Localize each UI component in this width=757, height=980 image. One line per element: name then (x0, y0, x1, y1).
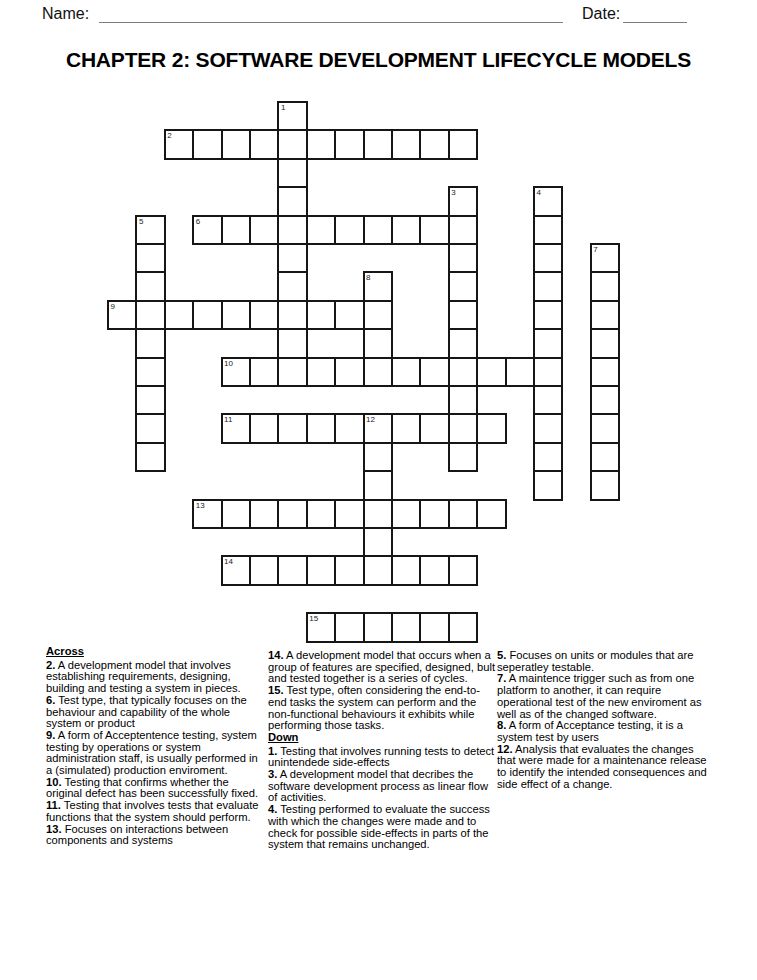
grid-cell-r4c11[interactable] (419, 215, 449, 245)
grid-cell-r1c10[interactable] (391, 129, 421, 159)
grid-cell-r6c6[interactable] (277, 271, 307, 301)
grid-cell-r11c13[interactable] (476, 413, 506, 443)
grid-cell-r8c15[interactable] (533, 328, 563, 358)
grid-cell-r10c1[interactable] (135, 385, 165, 415)
grid-cell-r4c6[interactable] (277, 215, 307, 245)
grid-cell-r11c7[interactable] (306, 413, 336, 443)
date-fill-line[interactable] (623, 21, 687, 23)
name-label: Name: (42, 5, 89, 23)
grid-cell-r5c1[interactable] (135, 243, 165, 273)
clue-number-14: 14 (224, 557, 233, 566)
grid-cell-r14c13[interactable] (476, 499, 506, 529)
down-clue-3: 3. A development model that decribes the… (268, 769, 496, 804)
grid-cell-r9c4[interactable]: 10 (221, 357, 251, 387)
grid-cell-r9c7[interactable] (306, 357, 336, 387)
grid-cell-r12c15[interactable] (533, 442, 563, 472)
grid-cell-r8c12[interactable] (448, 328, 478, 358)
grid-cell-r6c9[interactable]: 8 (363, 271, 393, 301)
grid-cell-r1c2[interactable]: 2 (164, 129, 194, 159)
grid-cell-r18c7[interactable]: 15 (306, 612, 336, 642)
grid-cell-r5c17[interactable]: 7 (590, 243, 620, 273)
grid-cell-r18c8[interactable] (334, 612, 364, 642)
grid-cell-r12c9[interactable] (363, 442, 393, 472)
clue-number-2: 2 (167, 131, 171, 140)
grid-cell-r4c15[interactable] (533, 215, 563, 245)
grid-cell-r11c5[interactable] (249, 413, 279, 443)
clue-number-15: 15 (309, 614, 318, 623)
down-clue-8: 8. A form of Acceptance testing, it is a… (497, 720, 709, 743)
grid-cell-r6c17[interactable] (590, 271, 620, 301)
grid-cell-r7c15[interactable] (533, 300, 563, 330)
grid-cell-r1c12[interactable] (448, 129, 478, 159)
grid-cell-r7c3[interactable] (192, 300, 222, 330)
grid-cell-r18c11[interactable] (419, 612, 449, 642)
grid-cell-r16c11[interactable] (419, 555, 449, 585)
grid-cell-r13c15[interactable] (533, 470, 563, 500)
clue-number-12: 12 (366, 415, 375, 424)
clue-number-11: 11 (224, 415, 232, 424)
across-clue-6: 6. Test type, that typically focuses on … (46, 695, 259, 730)
clue-column-3: 5. Focuses on units or modules that are … (497, 650, 709, 790)
grid-cell-r16c6[interactable] (277, 555, 307, 585)
date-label: Date: (582, 5, 620, 23)
grid-cell-r11c9[interactable]: 12 (363, 413, 393, 443)
grid-cell-r7c2[interactable] (164, 300, 194, 330)
grid-cell-r7c7[interactable] (306, 300, 336, 330)
grid-cell-r3c15[interactable]: 4 (533, 186, 563, 216)
clue-number-9: 9 (111, 302, 115, 311)
clue-column-1: Across2. A development model that involv… (46, 646, 259, 847)
grid-cell-r2c6[interactable] (277, 158, 307, 188)
grid-cell-r1c6[interactable] (277, 129, 307, 159)
grid-cell-r9c6[interactable] (277, 357, 307, 387)
grid-cell-r11c11[interactable] (419, 413, 449, 443)
across-clue-14: 14. A development model that occurs when… (268, 650, 496, 685)
across-clue-9: 9. A form of Acceptentence testing, syst… (46, 730, 259, 777)
across-header: Across (46, 646, 259, 658)
grid-cell-r3c12[interactable]: 3 (448, 186, 478, 216)
grid-cell-r16c5[interactable] (249, 555, 279, 585)
page-title: CHAPTER 2: SOFTWARE DEVELOPMENT LIFECYCL… (0, 48, 757, 72)
grid-cell-r7c17[interactable] (590, 300, 620, 330)
grid-cell-r8c1[interactable] (135, 328, 165, 358)
grid-cell-r14c4[interactable] (221, 499, 251, 529)
grid-cell-r8c17[interactable] (590, 328, 620, 358)
grid-cell-r16c12[interactable] (448, 555, 478, 585)
clue-number-13: 13 (196, 501, 205, 510)
grid-cell-r18c9[interactable] (363, 612, 393, 642)
down-header: Down (268, 732, 496, 744)
grid-cell-r5c6[interactable] (277, 243, 307, 273)
grid-cell-r14c7[interactable] (306, 499, 336, 529)
down-clue-4: 4. Testing performed to evaluate the suc… (268, 804, 496, 851)
grid-cell-r11c17[interactable] (590, 413, 620, 443)
grid-cell-r1c11[interactable] (419, 129, 449, 159)
grid-cell-r6c1[interactable] (135, 271, 165, 301)
across-clue-11: 11. Testing that involves tests that eva… (46, 800, 259, 823)
grid-cell-r11c12[interactable] (448, 413, 478, 443)
grid-cell-r9c14[interactable] (505, 357, 535, 387)
grid-cell-r3c6[interactable] (277, 186, 307, 216)
grid-cell-r10c12[interactable] (448, 385, 478, 415)
grid-cell-r13c9[interactable] (363, 470, 393, 500)
grid-cell-r16c10[interactable] (391, 555, 421, 585)
grid-cell-r18c12[interactable] (448, 612, 478, 642)
grid-cell-r1c7[interactable] (306, 129, 336, 159)
grid-cell-r4c1[interactable]: 5 (135, 215, 165, 245)
grid-cell-r7c5[interactable] (249, 300, 279, 330)
grid-cell-r15c9[interactable] (363, 527, 393, 557)
grid-cell-r9c13[interactable] (476, 357, 506, 387)
grid-cell-r9c12[interactable] (448, 357, 478, 387)
name-fill-line[interactable] (99, 21, 563, 23)
grid-cell-r14c3[interactable]: 13 (192, 499, 222, 529)
grid-cell-r16c7[interactable] (306, 555, 336, 585)
grid-cell-r5c12[interactable] (448, 243, 478, 273)
grid-cell-r11c10[interactable] (391, 413, 421, 443)
crossword-worksheet: { "game": "crossword", "title": "CHAPTER… (0, 0, 757, 980)
grid-cell-r7c12[interactable] (448, 300, 478, 330)
clue-number-1: 1 (281, 103, 285, 112)
grid-cell-r9c17[interactable] (590, 357, 620, 387)
grid-cell-r16c4[interactable]: 14 (221, 555, 251, 585)
grid-cell-r9c1[interactable] (135, 357, 165, 387)
grid-cell-r7c1[interactable] (135, 300, 165, 330)
clue-number-10: 10 (224, 359, 233, 368)
grid-cell-r9c9[interactable] (363, 357, 393, 387)
grid-cell-r9c10[interactable] (391, 357, 421, 387)
grid-cell-r14c10[interactable] (391, 499, 421, 529)
grid-cell-r14c11[interactable] (419, 499, 449, 529)
grid-cell-r5c15[interactable] (533, 243, 563, 273)
grid-cell-r16c9[interactable] (363, 555, 393, 585)
down-clue-7: 7. A maintence trigger such as from one … (497, 673, 709, 720)
grid-cell-r4c8[interactable] (334, 215, 364, 245)
grid-cell-r8c9[interactable] (363, 328, 393, 358)
across-clue-10: 10. Testing that confirms whether the or… (46, 777, 259, 800)
grid-cell-r6c15[interactable] (533, 271, 563, 301)
grid-cell-r11c1[interactable] (135, 413, 165, 443)
grid-cell-r18c10[interactable] (391, 612, 421, 642)
grid-cell-r16c8[interactable] (334, 555, 364, 585)
grid-cell-r1c9[interactable] (363, 129, 393, 159)
grid-cell-r6c12[interactable] (448, 271, 478, 301)
grid-cell-r9c15[interactable] (533, 357, 563, 387)
grid-cell-r4c9[interactable] (363, 215, 393, 245)
grid-cell-r4c10[interactable] (391, 215, 421, 245)
clue-number-4: 4 (537, 188, 541, 197)
grid-cell-r1c3[interactable] (192, 129, 222, 159)
grid-cell-r1c5[interactable] (249, 129, 279, 159)
grid-cell-r11c8[interactable] (334, 413, 364, 443)
grid-cell-r4c4[interactable] (221, 215, 251, 245)
grid-cell-r1c4[interactable] (221, 129, 251, 159)
down-clue-12: 12. Analysis that evaluates the changes … (497, 744, 709, 791)
grid-cell-r7c6[interactable] (277, 300, 307, 330)
grid-cell-r14c6[interactable] (277, 499, 307, 529)
grid-cell-r11c6[interactable] (277, 413, 307, 443)
clue-number-7: 7 (593, 245, 597, 254)
grid-cell-r9c5[interactable] (249, 357, 279, 387)
grid-cell-r4c3[interactable]: 6 (192, 215, 222, 245)
grid-cell-r4c7[interactable] (306, 215, 336, 245)
grid-cell-r7c8[interactable] (334, 300, 364, 330)
across-clue-2: 2. A development model that involves est… (46, 660, 259, 695)
grid-cell-r0c6[interactable]: 1 (277, 101, 307, 131)
clue-number-5: 5 (139, 217, 143, 226)
grid-cell-r12c17[interactable] (590, 442, 620, 472)
grid-cell-r14c8[interactable] (334, 499, 364, 529)
down-clue-5: 5. Focuses on units or modules that are … (497, 650, 709, 673)
clue-number-3: 3 (451, 188, 455, 197)
grid-cell-r7c4[interactable] (221, 300, 251, 330)
clue-column-2: 14. A development model that occurs when… (268, 650, 496, 851)
grid-cell-r10c15[interactable] (533, 385, 563, 415)
grid-cell-r11c15[interactable] (533, 413, 563, 443)
grid-cell-r8c6[interactable] (277, 328, 307, 358)
clue-number-6: 6 (196, 217, 200, 226)
grid-cell-r10c17[interactable] (590, 385, 620, 415)
grid-cell-r4c5[interactable] (249, 215, 279, 245)
grid-cell-r14c12[interactable] (448, 499, 478, 529)
down-clue-1: 1. Testing that involves running tests t… (268, 746, 496, 769)
grid-cell-r14c5[interactable] (249, 499, 279, 529)
across-clue-13: 13. Focuses on interactions between comp… (46, 824, 259, 847)
grid-cell-r11c4[interactable]: 11 (221, 413, 251, 443)
grid-cell-r1c8[interactable] (334, 129, 364, 159)
clue-number-8: 8 (366, 273, 370, 282)
grid-cell-r9c8[interactable] (334, 357, 364, 387)
grid-cell-r12c12[interactable] (448, 442, 478, 472)
grid-cell-r12c1[interactable] (135, 442, 165, 472)
crossword-grid: 123456789101112131415 (108, 102, 621, 643)
grid-cell-r9c11[interactable] (419, 357, 449, 387)
grid-cell-r13c17[interactable] (590, 470, 620, 500)
grid-cell-r7c9[interactable] (363, 300, 393, 330)
grid-cell-r7c0[interactable]: 9 (107, 300, 137, 330)
grid-cell-r14c9[interactable] (363, 499, 393, 529)
across-clue-15: 15. Test type, often considering the end… (268, 685, 496, 732)
grid-cell-r4c12[interactable] (448, 215, 478, 245)
